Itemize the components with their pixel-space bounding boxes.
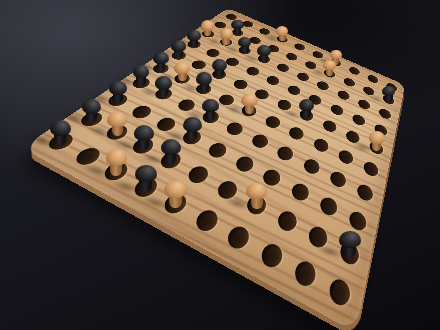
peg-cap: [238, 37, 251, 47]
hole-r9c4[interactable]: [328, 169, 347, 189]
black-peg-r3c2[interactable]: [134, 125, 154, 149]
black-peg-r4c4[interactable]: [202, 99, 219, 120]
tan-peg-r3c1[interactable]: [106, 149, 128, 176]
black-peg-r3c5[interactable]: [196, 72, 212, 92]
hole-r5c3[interactable]: [206, 140, 230, 160]
tan-peg-r7c2[interactable]: [246, 183, 267, 209]
black-peg-r1c3[interactable]: [109, 81, 127, 103]
peg-cap: [339, 231, 361, 248]
peg-cap: [134, 125, 154, 141]
peg-cap: [212, 59, 227, 71]
black-peg-r10c2[interactable]: [339, 231, 361, 258]
hole-r10c3[interactable]: [348, 209, 368, 234]
hole-r6c4[interactable]: [249, 132, 270, 150]
peg-cap: [109, 81, 127, 95]
peg-cap: [382, 86, 395, 97]
black-peg-r1c4[interactable]: [133, 65, 150, 85]
hole-r6c5[interactable]: [263, 114, 282, 130]
hole-r5c9[interactable]: [285, 52, 300, 62]
peg-cap: [107, 112, 127, 127]
hole-r5c4[interactable]: [224, 120, 246, 137]
peg-cap: [241, 94, 257, 107]
peg-cap: [164, 181, 186, 198]
hole-r10c4[interactable]: [356, 182, 375, 203]
hole-r7c4[interactable]: [275, 144, 296, 163]
hole-r8c7[interactable]: [329, 103, 345, 117]
black-peg-r4c1[interactable]: [135, 165, 157, 192]
tan-peg-r7c9[interactable]: [323, 60, 336, 76]
peg-cap: [155, 76, 172, 89]
hole-r7c5[interactable]: [287, 125, 306, 142]
hole-r9c10[interactable]: [367, 73, 379, 84]
hole-r8c8[interactable]: [336, 89, 351, 102]
peg-cap: [323, 60, 336, 70]
black-peg-r1c5[interactable]: [153, 52, 169, 71]
peg-cap: [153, 52, 169, 64]
tan-peg-r5c1[interactable]: [164, 181, 186, 208]
board-surface: [22, 8, 405, 330]
tan-peg-r2c2[interactable]: [107, 112, 127, 136]
hole-r8c2[interactable]: [275, 208, 299, 234]
black-peg-r2c4[interactable]: [155, 76, 172, 97]
peg-cap: [276, 26, 288, 35]
peg-cap: [50, 120, 71, 137]
hole-r8c10[interactable]: [348, 65, 361, 75]
hole-r2c3[interactable]: [129, 103, 155, 120]
peg-cap: [171, 40, 186, 52]
hole-r6c1[interactable]: [192, 207, 221, 235]
hole-r8c9[interactable]: [342, 77, 356, 88]
peg-cap: [183, 117, 202, 132]
black-peg-r1c7[interactable]: [187, 30, 201, 47]
hole-r10c5[interactable]: [363, 160, 380, 179]
black-peg-r2c9[interactable]: [231, 20, 244, 35]
hole-r6c3[interactable]: [233, 153, 256, 174]
hole-r5c8[interactable]: [275, 63, 291, 74]
peg-cap: [82, 99, 101, 114]
black-peg-r7c6[interactable]: [299, 99, 315, 118]
hole-r10c8[interactable]: [378, 107, 392, 120]
peg-cap: [133, 65, 150, 78]
hole-r4c6[interactable]: [231, 78, 250, 91]
peg-cap: [135, 165, 157, 182]
hole-r6c8[interactable]: [295, 71, 310, 83]
hole-r9c8[interactable]: [357, 98, 371, 111]
peg-cap: [369, 131, 385, 144]
peg-cap: [196, 72, 212, 85]
hole-r8c3[interactable]: [289, 180, 311, 202]
black-peg-r1c1[interactable]: [50, 120, 71, 146]
hole-r8c1[interactable]: [257, 241, 285, 272]
peg-cap: [246, 183, 267, 199]
black-peg-r4c8[interactable]: [257, 45, 270, 61]
hole-r9c1[interactable]: [292, 258, 318, 290]
peg-cap: [330, 50, 342, 60]
peg-cap: [161, 139, 181, 155]
hole-r8c5[interactable]: [312, 136, 330, 153]
black-peg-r1c2[interactable]: [82, 99, 101, 123]
black-peg-r1c6[interactable]: [171, 40, 186, 58]
tan-peg-r2c8[interactable]: [220, 28, 233, 44]
hole-r9c7[interactable]: [351, 113, 366, 127]
hole-r6c7[interactable]: [286, 84, 302, 97]
hole-r2c7[interactable]: [204, 48, 222, 59]
hole-r8c6[interactable]: [321, 119, 338, 134]
hole-r8c4[interactable]: [301, 157, 321, 177]
hole-r10c1[interactable]: [327, 276, 352, 310]
hole-r5c2[interactable]: [185, 164, 212, 187]
peg-cap: [202, 99, 219, 113]
tan-peg-r10c6[interactable]: [369, 131, 385, 151]
tan-peg-r1c8[interactable]: [201, 20, 214, 36]
peg-cap: [174, 62, 190, 74]
hole-r5c10[interactable]: [293, 42, 307, 51]
hole-r7c8[interactable]: [315, 80, 330, 92]
peg-cap: [201, 20, 214, 30]
peg-cap: [106, 149, 128, 166]
tan-peg-r5c5[interactable]: [241, 94, 257, 114]
hole-r4c7[interactable]: [244, 65, 261, 77]
black-peg-r3c6[interactable]: [212, 59, 227, 77]
peg-cap: [231, 20, 244, 30]
peg-cap: [299, 99, 315, 111]
hole-r5c7[interactable]: [265, 74, 282, 86]
peg-cap: [187, 30, 201, 41]
hole-r9c5[interactable]: [337, 148, 355, 166]
black-peg-r4c2[interactable]: [161, 139, 181, 164]
tan-peg-r4c10[interactable]: [276, 26, 288, 41]
peg-cap: [257, 45, 270, 56]
hole-r9c3[interactable]: [318, 194, 339, 217]
peg-cap: [220, 28, 233, 38]
tan-peg-r2c5[interactable]: [174, 62, 190, 81]
black-peg-r4c3[interactable]: [183, 117, 202, 140]
stage: [0, 0, 440, 330]
black-peg-r3c8[interactable]: [238, 37, 251, 53]
hole-r7c1[interactable]: [224, 224, 253, 253]
black-peg-r10c9[interactable]: [382, 86, 395, 102]
